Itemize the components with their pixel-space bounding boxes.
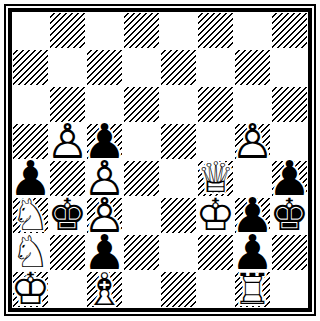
- square-b3[interactable]: ♚♚: [49, 197, 86, 234]
- square-h1[interactable]: [271, 271, 308, 308]
- square-a2[interactable]: ♞♘: [12, 234, 49, 271]
- white-pawn-glyph: ♙: [231, 117, 274, 165]
- square-c6[interactable]: [86, 86, 123, 123]
- white-knight: ♞♘: [12, 234, 49, 271]
- white-knight-glyph: ♘: [11, 193, 50, 237]
- white-queen-glyph: ♕: [197, 157, 235, 199]
- white-pawn-halo: ♟: [46, 117, 89, 165]
- black-pawn-glyph: ♟: [231, 191, 274, 239]
- black-pawn: ♟♟: [86, 234, 123, 271]
- square-c4[interactable]: ♟♙: [86, 160, 123, 197]
- square-e7[interactable]: [160, 49, 197, 86]
- white-queen: ♛♕: [197, 160, 234, 197]
- square-d7[interactable]: [123, 49, 160, 86]
- square-f8[interactable]: [197, 12, 234, 49]
- white-king-glyph: ♔: [196, 193, 235, 237]
- black-pawn-halo: ♟: [231, 191, 274, 239]
- white-pawn: ♟♙: [86, 160, 123, 197]
- square-d4[interactable]: [123, 160, 160, 197]
- square-f5[interactable]: [197, 123, 234, 160]
- square-c3[interactable]: ♟♙: [86, 197, 123, 234]
- black-pawn: ♟♟: [12, 160, 49, 197]
- black-pawn-halo: ♟: [231, 228, 274, 276]
- white-knight-glyph: ♘: [11, 230, 50, 274]
- square-f6[interactable]: [197, 86, 234, 123]
- square-e1[interactable]: [160, 271, 197, 308]
- square-g7[interactable]: [234, 49, 271, 86]
- white-king-halo: ♚: [11, 267, 50, 311]
- white-pawn-halo: ♟: [83, 154, 126, 202]
- black-pawn-halo: ♟: [268, 154, 311, 202]
- square-g8[interactable]: [234, 12, 271, 49]
- black-king: ♚♚: [49, 197, 86, 234]
- white-pawn: ♟♙: [234, 123, 271, 160]
- square-b8[interactable]: [49, 12, 86, 49]
- square-c2[interactable]: ♟♟: [86, 234, 123, 271]
- square-e8[interactable]: [160, 12, 197, 49]
- square-f2[interactable]: [197, 234, 234, 271]
- square-h8[interactable]: [271, 12, 308, 49]
- square-h6[interactable]: [271, 86, 308, 123]
- black-king-halo: ♚: [270, 193, 309, 237]
- square-a7[interactable]: [12, 49, 49, 86]
- square-a3[interactable]: ♞♘: [12, 197, 49, 234]
- chess-board: ♟♙♟♟♟♙♟♟♟♙♛♕♟♟♞♘♚♚♟♙♚♔♟♟♚♚♞♘♟♟♟♟♚♔♝♗♜♖: [12, 12, 308, 308]
- square-h7[interactable]: [271, 49, 308, 86]
- board-frame: ♟♙♟♟♟♙♟♟♟♙♛♕♟♟♞♘♚♚♟♙♚♔♟♟♚♚♞♘♟♟♟♟♚♔♝♗♜♖: [4, 4, 316, 316]
- square-g4[interactable]: [234, 160, 271, 197]
- square-h2[interactable]: [271, 234, 308, 271]
- white-queen-halo: ♛: [197, 157, 235, 199]
- black-pawn-glyph: ♟: [83, 117, 126, 165]
- square-c5[interactable]: ♟♟: [86, 123, 123, 160]
- black-pawn-glyph: ♟: [83, 228, 126, 276]
- square-e2[interactable]: [160, 234, 197, 271]
- black-pawn-glyph: ♟: [231, 228, 274, 276]
- black-king: ♚♚: [271, 197, 308, 234]
- square-h3[interactable]: ♚♚: [271, 197, 308, 234]
- white-bishop-halo: ♝: [84, 266, 124, 311]
- square-e5[interactable]: [160, 123, 197, 160]
- square-f3[interactable]: ♚♔: [197, 197, 234, 234]
- black-pawn-halo: ♟: [83, 228, 126, 276]
- white-pawn-halo: ♟: [83, 191, 126, 239]
- square-f7[interactable]: [197, 49, 234, 86]
- black-pawn-halo: ♟: [83, 117, 126, 165]
- square-a8[interactable]: [12, 12, 49, 49]
- square-c8[interactable]: [86, 12, 123, 49]
- black-pawn: ♟♟: [86, 123, 123, 160]
- square-d5[interactable]: [123, 123, 160, 160]
- square-b4[interactable]: [49, 160, 86, 197]
- black-king-halo: ♚: [48, 193, 87, 237]
- square-a4[interactable]: ♟♟: [12, 160, 49, 197]
- square-d1[interactable]: [123, 271, 160, 308]
- white-king: ♚♔: [197, 197, 234, 234]
- square-b7[interactable]: [49, 49, 86, 86]
- white-knight-halo: ♞: [11, 193, 50, 237]
- square-d6[interactable]: [123, 86, 160, 123]
- square-g3[interactable]: ♟♟: [234, 197, 271, 234]
- square-g6[interactable]: [234, 86, 271, 123]
- white-pawn-glyph: ♙: [46, 117, 89, 165]
- black-pawn: ♟♟: [271, 160, 308, 197]
- white-pawn: ♟♙: [86, 197, 123, 234]
- square-f1[interactable]: [197, 271, 234, 308]
- black-pawn: ♟♟: [234, 234, 271, 271]
- square-b1[interactable]: [49, 271, 86, 308]
- white-knight: ♞♘: [12, 197, 49, 234]
- square-d8[interactable]: [123, 12, 160, 49]
- white-pawn: ♟♙: [49, 123, 86, 160]
- square-b6[interactable]: [49, 86, 86, 123]
- white-rook-halo: ♜: [233, 267, 272, 310]
- square-d2[interactable]: [123, 234, 160, 271]
- square-b5[interactable]: ♟♙: [49, 123, 86, 160]
- white-knight-halo: ♞: [11, 230, 50, 274]
- black-pawn: ♟♟: [234, 197, 271, 234]
- square-c7[interactable]: [86, 49, 123, 86]
- square-e4[interactable]: [160, 160, 197, 197]
- square-h4[interactable]: ♟♟: [271, 160, 308, 197]
- black-king-glyph: ♚: [270, 193, 309, 237]
- square-c1[interactable]: ♝♗: [86, 271, 123, 308]
- white-pawn-glyph: ♙: [83, 154, 126, 202]
- square-f4[interactable]: ♛♕: [197, 160, 234, 197]
- white-king-glyph: ♔: [11, 267, 50, 311]
- square-g5[interactable]: ♟♙: [234, 123, 271, 160]
- square-e6[interactable]: [160, 86, 197, 123]
- white-bishop: ♝♗: [86, 271, 123, 308]
- white-pawn-halo: ♟: [231, 117, 274, 165]
- square-h5[interactable]: [271, 123, 308, 160]
- square-d3[interactable]: [123, 197, 160, 234]
- square-g2[interactable]: ♟♟: [234, 234, 271, 271]
- board-inner-frame: ♟♙♟♟♟♙♟♟♟♙♛♕♟♟♞♘♚♚♟♙♚♔♟♟♚♚♞♘♟♟♟♟♚♔♝♗♜♖: [8, 8, 312, 312]
- square-g1[interactable]: ♜♖: [234, 271, 271, 308]
- white-king: ♚♔: [12, 271, 49, 308]
- black-pawn-glyph: ♟: [9, 154, 52, 202]
- square-a1[interactable]: ♚♔: [12, 271, 49, 308]
- square-e3[interactable]: [160, 197, 197, 234]
- black-king-glyph: ♚: [48, 193, 87, 237]
- white-pawn-glyph: ♙: [83, 191, 126, 239]
- square-a6[interactable]: [12, 86, 49, 123]
- black-pawn-halo: ♟: [9, 154, 52, 202]
- square-b2[interactable]: [49, 234, 86, 271]
- black-pawn-glyph: ♟: [268, 154, 311, 202]
- square-a5[interactable]: [12, 123, 49, 160]
- white-bishop-glyph: ♗: [84, 266, 124, 311]
- white-king-halo: ♚: [196, 193, 235, 237]
- white-rook: ♜♖: [234, 271, 271, 308]
- white-rook-glyph: ♖: [233, 267, 272, 310]
